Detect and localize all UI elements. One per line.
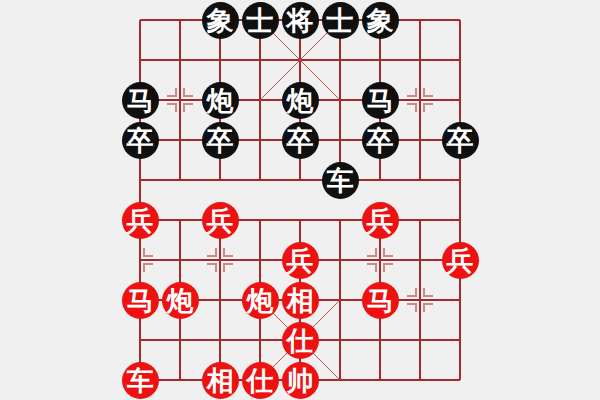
red-horse[interactable]: 马 [362, 282, 399, 319]
red-elephant[interactable]: 相 [282, 282, 319, 319]
black-advisor[interactable]: 士 [322, 2, 359, 39]
red-chariot[interactable]: 车 [122, 362, 159, 399]
black-soldier[interactable]: 卒 [442, 122, 479, 159]
black-cannon[interactable]: 炮 [282, 82, 319, 119]
red-king[interactable]: 帅 [282, 362, 319, 399]
black-elephant[interactable]: 象 [202, 2, 239, 39]
red-advisor[interactable]: 仕 [282, 322, 319, 359]
xiangqi-diagram: 象士将士象马炮炮马卒卒卒卒卒车兵兵兵兵兵马炮炮相马仕车相仕帅 [0, 0, 600, 400]
red-cannon[interactable]: 炮 [162, 282, 199, 319]
black-soldier[interactable]: 卒 [202, 122, 239, 159]
black-cannon[interactable]: 炮 [202, 82, 239, 119]
black-king[interactable]: 将 [282, 2, 319, 39]
red-soldier[interactable]: 兵 [442, 242, 479, 279]
red-elephant[interactable]: 相 [202, 362, 239, 399]
black-horse[interactable]: 马 [122, 82, 159, 119]
red-soldier[interactable]: 兵 [282, 242, 319, 279]
red-soldier[interactable]: 兵 [362, 202, 399, 239]
black-soldier[interactable]: 卒 [282, 122, 319, 159]
red-horse[interactable]: 马 [122, 282, 159, 319]
red-soldier[interactable]: 兵 [122, 202, 159, 239]
piece-layer: 象士将士象马炮炮马卒卒卒卒卒车兵兵兵兵兵马炮炮相马仕车相仕帅 [120, 0, 480, 400]
red-advisor[interactable]: 仕 [242, 362, 279, 399]
black-soldier[interactable]: 卒 [362, 122, 399, 159]
red-soldier[interactable]: 兵 [202, 202, 239, 239]
black-horse[interactable]: 马 [362, 82, 399, 119]
black-advisor[interactable]: 士 [242, 2, 279, 39]
black-elephant[interactable]: 象 [362, 2, 399, 39]
black-soldier[interactable]: 卒 [122, 122, 159, 159]
red-cannon[interactable]: 炮 [242, 282, 279, 319]
black-chariot[interactable]: 车 [322, 162, 359, 199]
